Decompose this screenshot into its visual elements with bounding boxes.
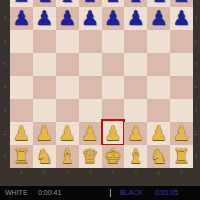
square-d7[interactable]: ♟: [79, 7, 102, 30]
square-g1[interactable]: ♞: [147, 145, 170, 168]
square-d5[interactable]: [79, 53, 102, 76]
square-d4[interactable]: [79, 76, 102, 99]
square-d3[interactable]: [79, 99, 102, 122]
black-pawn-f7[interactable]: ♟: [127, 8, 145, 28]
square-f6[interactable]: [124, 30, 147, 53]
square-b1[interactable]: ♞: [33, 145, 56, 168]
white-knight-b1[interactable]: ♞: [35, 146, 53, 166]
white-pawn-g2[interactable]: ♟: [150, 123, 168, 143]
square-a3[interactable]: [10, 99, 33, 122]
square-h1[interactable]: ♜: [170, 145, 193, 168]
black-rook-a8[interactable]: ♜: [12, 0, 30, 5]
white-clock: 0:00:41: [38, 189, 61, 197]
black-knight-g8[interactable]: ♞: [150, 0, 168, 5]
file-label-e: e: [102, 169, 125, 176]
chess-board[interactable]: ♜♞♝♛♚♝♞♜♟♟♟♟♟♟♟♟♟♟♟♟♟♟♟♟♜♞♝♛♚♝♞♜: [10, 0, 193, 168]
file-label-c: c: [56, 169, 79, 176]
square-b5[interactable]: [33, 53, 56, 76]
square-f2[interactable]: ♟: [124, 122, 147, 145]
rank-label-2: 2: [1, 130, 9, 137]
black-queen-d8[interactable]: ♛: [81, 0, 99, 5]
rank-label-4: 4: [192, 84, 200, 91]
file-label-g: g: [147, 169, 170, 176]
rank-label-7: 7: [192, 15, 200, 22]
square-f7[interactable]: ♟: [124, 7, 147, 30]
square-e3[interactable]: [102, 99, 125, 122]
black-king-e8[interactable]: ♚: [104, 0, 122, 5]
black-knight-b8[interactable]: ♞: [35, 0, 53, 5]
square-a7[interactable]: ♟: [10, 7, 33, 30]
black-pawn-h7[interactable]: ♟: [173, 8, 191, 28]
square-a6[interactable]: [10, 30, 33, 53]
square-a1[interactable]: ♜: [10, 145, 33, 168]
file-label-b: b: [33, 169, 56, 176]
white-rook-h1[interactable]: ♜: [173, 146, 191, 166]
rank-label-1: 1: [1, 153, 9, 160]
square-f3[interactable]: [124, 99, 147, 122]
square-h2[interactable]: ♟: [170, 122, 193, 145]
white-pawn-d2[interactable]: ♟: [81, 123, 99, 143]
square-c2[interactable]: ♟: [56, 122, 79, 145]
square-c1[interactable]: ♝: [56, 145, 79, 168]
white-pawn-a2[interactable]: ♟: [12, 123, 30, 143]
black-pawn-c7[interactable]: ♟: [58, 8, 76, 28]
square-h3[interactable]: [170, 99, 193, 122]
rank-label-6: 6: [192, 38, 200, 45]
rank-label-3: 3: [192, 107, 200, 114]
square-f4[interactable]: [124, 76, 147, 99]
file-label-d: d: [79, 169, 102, 176]
file-label-f: f: [124, 169, 147, 176]
square-e6[interactable]: [102, 30, 125, 53]
rank-label-2: 2: [192, 130, 200, 137]
square-g7[interactable]: ♟: [147, 7, 170, 30]
black-pawn-d7[interactable]: ♟: [81, 8, 99, 28]
square-e7[interactable]: ♟: [102, 7, 125, 30]
square-f5[interactable]: [124, 53, 147, 76]
black-player-label: BLACK: [120, 189, 143, 197]
rank-label-5: 5: [1, 61, 9, 68]
black-pawn-g7[interactable]: ♟: [150, 8, 168, 28]
black-pawn-e7[interactable]: ♟: [104, 8, 122, 28]
square-c3[interactable]: [56, 99, 79, 122]
file-label-h: h: [170, 169, 193, 176]
rank-label-7: 7: [1, 15, 9, 22]
square-b6[interactable]: [33, 30, 56, 53]
square-b2[interactable]: ♟: [33, 122, 56, 145]
status-bar: WHITE 0:00:41 BLACK 0:01:05: [0, 186, 200, 200]
square-e1[interactable]: ♚: [102, 145, 125, 168]
black-bishop-f8[interactable]: ♝: [127, 0, 145, 5]
rank-label-1: 1: [192, 153, 200, 160]
square-c6[interactable]: [56, 30, 79, 53]
square-a5[interactable]: [10, 53, 33, 76]
square-h5[interactable]: [170, 53, 193, 76]
rank-label-5: 5: [192, 61, 200, 68]
square-d6[interactable]: [79, 30, 102, 53]
black-clock: 0:01:05: [155, 189, 178, 197]
white-knight-g1[interactable]: ♞: [150, 146, 168, 166]
square-b4[interactable]: [33, 76, 56, 99]
square-e2[interactable]: ♟: [102, 122, 125, 145]
square-d2[interactable]: ♟: [79, 122, 102, 145]
square-g2[interactable]: ♟: [147, 122, 170, 145]
rank-label-4: 4: [1, 84, 9, 91]
white-king-e1[interactable]: ♚: [104, 146, 122, 166]
black-rook-h8[interactable]: ♜: [173, 0, 191, 5]
square-b7[interactable]: ♟: [33, 7, 56, 30]
square-a4[interactable]: [10, 76, 33, 99]
square-g4[interactable]: [147, 76, 170, 99]
square-h7[interactable]: ♟: [170, 7, 193, 30]
square-f1[interactable]: ♝: [124, 145, 147, 168]
white-bishop-c1[interactable]: ♝: [58, 146, 76, 166]
black-pawn-b7[interactable]: ♟: [35, 8, 53, 28]
square-a2[interactable]: ♟: [10, 122, 33, 145]
black-pawn-a7[interactable]: ♟: [12, 8, 30, 28]
clock-separator: [110, 189, 111, 197]
square-h4[interactable]: [170, 76, 193, 99]
square-g3[interactable]: [147, 99, 170, 122]
square-c5[interactable]: [56, 53, 79, 76]
white-pawn-f2[interactable]: ♟: [127, 123, 145, 143]
white-pawn-b2[interactable]: ♟: [35, 123, 53, 143]
square-d1[interactable]: ♛: [79, 145, 102, 168]
white-pawn-e2[interactable]: ♟: [104, 123, 122, 143]
white-pawn-c2[interactable]: ♟: [58, 123, 76, 143]
square-g5[interactable]: [147, 53, 170, 76]
white-pawn-h2[interactable]: ♟: [173, 123, 191, 143]
white-bishop-f1[interactable]: ♝: [127, 146, 145, 166]
square-h6[interactable]: [170, 30, 193, 53]
white-queen-d1[interactable]: ♛: [81, 146, 99, 166]
square-e5[interactable]: [102, 53, 125, 76]
white-player-label: WHITE: [5, 189, 28, 197]
rank-label-3: 3: [1, 107, 9, 114]
square-g6[interactable]: [147, 30, 170, 53]
file-label-a: a: [10, 169, 33, 176]
square-c4[interactable]: [56, 76, 79, 99]
black-bishop-c8[interactable]: ♝: [58, 0, 76, 5]
square-b3[interactable]: [33, 99, 56, 122]
rank-label-6: 6: [1, 38, 9, 45]
white-rook-a1[interactable]: ♜: [12, 146, 30, 166]
square-e4[interactable]: [102, 76, 125, 99]
square-c7[interactable]: ♟: [56, 7, 79, 30]
